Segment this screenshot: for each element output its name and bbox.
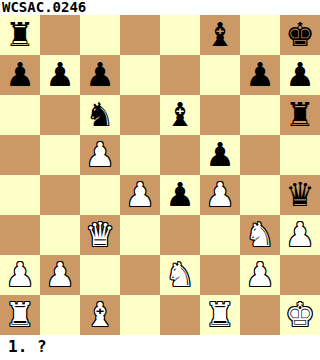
square-c2[interactable] xyxy=(80,255,120,295)
piece-white-king: ♚ xyxy=(285,295,315,335)
piece-black-bishop: ♝ xyxy=(205,15,235,55)
square-e5[interactable] xyxy=(160,135,200,175)
square-g8[interactable] xyxy=(240,15,280,55)
square-a4[interactable] xyxy=(0,175,40,215)
square-f7[interactable] xyxy=(200,55,240,95)
square-b1[interactable] xyxy=(40,295,80,335)
piece-black-pawn: ♟ xyxy=(165,175,195,215)
piece-white-queen: ♛ xyxy=(85,215,115,255)
piece-white-pawn: ♟ xyxy=(5,255,35,295)
square-d5[interactable] xyxy=(120,135,160,175)
square-b5[interactable] xyxy=(40,135,80,175)
square-g6[interactable] xyxy=(240,95,280,135)
piece-white-knight: ♞ xyxy=(245,215,275,255)
square-e2[interactable]: ♞ xyxy=(160,255,200,295)
square-c7[interactable]: ♟ xyxy=(80,55,120,95)
square-c6[interactable]: ♞ xyxy=(80,95,120,135)
square-e8[interactable] xyxy=(160,15,200,55)
square-c4[interactable] xyxy=(80,175,120,215)
square-h8[interactable]: ♚ xyxy=(280,15,320,55)
piece-black-pawn: ♟ xyxy=(205,135,235,175)
piece-black-rook: ♜ xyxy=(285,95,315,135)
piece-white-rook: ♜ xyxy=(205,295,235,335)
piece-black-knight: ♞ xyxy=(85,95,115,135)
square-f2[interactable] xyxy=(200,255,240,295)
square-f3[interactable] xyxy=(200,215,240,255)
piece-white-pawn: ♟ xyxy=(205,175,235,215)
piece-black-rook: ♜ xyxy=(5,15,35,55)
square-b3[interactable] xyxy=(40,215,80,255)
square-a6[interactable] xyxy=(0,95,40,135)
piece-white-knight: ♞ xyxy=(165,255,195,295)
square-g5[interactable] xyxy=(240,135,280,175)
square-a8[interactable]: ♜ xyxy=(0,15,40,55)
move-prompt-label: 1. ? xyxy=(0,335,320,360)
square-g2[interactable]: ♟ xyxy=(240,255,280,295)
square-a1[interactable]: ♜ xyxy=(0,295,40,335)
square-e3[interactable] xyxy=(160,215,200,255)
piece-black-king: ♚ xyxy=(285,15,315,55)
piece-black-bishop: ♝ xyxy=(165,95,195,135)
square-h2[interactable] xyxy=(280,255,320,295)
square-h1[interactable]: ♚ xyxy=(280,295,320,335)
square-f6[interactable] xyxy=(200,95,240,135)
square-g3[interactable]: ♞ xyxy=(240,215,280,255)
piece-black-pawn: ♟ xyxy=(45,55,75,95)
square-d1[interactable] xyxy=(120,295,160,335)
piece-white-pawn: ♟ xyxy=(85,135,115,175)
chess-puzzle-window: WCSAC.0246 ♜♝♚♟♟♟♟♟♞♝♜♟♟♟♟♟♛♛♞♟♟♟♞♟♜♝♜♚ … xyxy=(0,0,320,360)
piece-black-pawn: ♟ xyxy=(5,55,35,95)
piece-black-pawn: ♟ xyxy=(285,55,315,95)
square-h5[interactable] xyxy=(280,135,320,175)
square-b2[interactable]: ♟ xyxy=(40,255,80,295)
square-d4[interactable]: ♟ xyxy=(120,175,160,215)
square-e4[interactable]: ♟ xyxy=(160,175,200,215)
piece-black-pawn: ♟ xyxy=(85,55,115,95)
square-d6[interactable] xyxy=(120,95,160,135)
square-d8[interactable] xyxy=(120,15,160,55)
square-h4[interactable]: ♛ xyxy=(280,175,320,215)
square-c1[interactable]: ♝ xyxy=(80,295,120,335)
square-e6[interactable]: ♝ xyxy=(160,95,200,135)
puzzle-id-label: WCSAC.0246 xyxy=(0,0,320,15)
piece-white-bishop: ♝ xyxy=(85,295,115,335)
square-b6[interactable] xyxy=(40,95,80,135)
square-h3[interactable]: ♟ xyxy=(280,215,320,255)
square-b7[interactable]: ♟ xyxy=(40,55,80,95)
square-c5[interactable]: ♟ xyxy=(80,135,120,175)
square-a5[interactable] xyxy=(0,135,40,175)
square-c3[interactable]: ♛ xyxy=(80,215,120,255)
square-d2[interactable] xyxy=(120,255,160,295)
square-d7[interactable] xyxy=(120,55,160,95)
square-c8[interactable] xyxy=(80,15,120,55)
square-e1[interactable] xyxy=(160,295,200,335)
square-d3[interactable] xyxy=(120,215,160,255)
square-g1[interactable] xyxy=(240,295,280,335)
square-f8[interactable]: ♝ xyxy=(200,15,240,55)
piece-white-rook: ♜ xyxy=(5,295,35,335)
piece-white-pawn: ♟ xyxy=(45,255,75,295)
piece-black-queen: ♛ xyxy=(285,175,315,215)
square-a2[interactable]: ♟ xyxy=(0,255,40,295)
square-a7[interactable]: ♟ xyxy=(0,55,40,95)
square-h7[interactable]: ♟ xyxy=(280,55,320,95)
piece-white-pawn: ♟ xyxy=(125,175,155,215)
square-b8[interactable] xyxy=(40,15,80,55)
piece-white-pawn: ♟ xyxy=(285,215,315,255)
square-b4[interactable] xyxy=(40,175,80,215)
square-f4[interactable]: ♟ xyxy=(200,175,240,215)
chess-board: ♜♝♚♟♟♟♟♟♞♝♜♟♟♟♟♟♛♛♞♟♟♟♞♟♜♝♜♚ xyxy=(0,15,320,335)
piece-white-pawn: ♟ xyxy=(245,255,275,295)
square-f5[interactable]: ♟ xyxy=(200,135,240,175)
square-f1[interactable]: ♜ xyxy=(200,295,240,335)
square-h6[interactable]: ♜ xyxy=(280,95,320,135)
square-g7[interactable]: ♟ xyxy=(240,55,280,95)
square-a3[interactable] xyxy=(0,215,40,255)
piece-black-pawn: ♟ xyxy=(245,55,275,95)
square-g4[interactable] xyxy=(240,175,280,215)
square-e7[interactable] xyxy=(160,55,200,95)
